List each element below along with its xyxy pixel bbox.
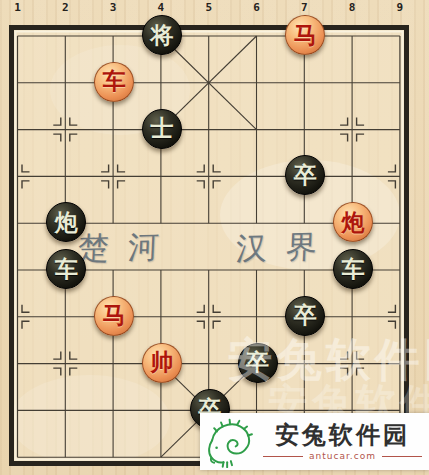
red-chariot[interactable]: 车 <box>94 62 134 102</box>
dash-left <box>263 456 303 457</box>
red-cannon[interactable]: 炮 <box>333 202 373 242</box>
red-horse[interactable]: 马 <box>285 15 325 55</box>
river-label-right: 汉界 <box>235 226 337 271</box>
black-soldier[interactable]: 卒 <box>285 155 325 195</box>
file-label-8: 8 <box>349 1 356 14</box>
xiangqi-board[interactable]: 楚河 汉界 将马车士卒炮炮车车马卒帅卒卒 <box>0 18 429 475</box>
file-label-9: 9 <box>397 1 404 14</box>
file-label-1: 1 <box>14 1 21 14</box>
black-advisor[interactable]: 士 <box>142 109 182 149</box>
file-label-3: 3 <box>110 1 117 14</box>
black-chariot[interactable]: 车 <box>333 249 373 289</box>
watermark-subline: antucar.com <box>263 451 422 461</box>
file-label-7: 7 <box>301 1 308 14</box>
watermark-site-name: 安兔软件园 <box>275 422 410 448</box>
file-label-5: 5 <box>205 1 212 14</box>
black-cannon[interactable]: 炮 <box>46 202 86 242</box>
river-label-left: 楚河 <box>77 226 179 271</box>
file-label-4: 4 <box>158 1 165 14</box>
file-label-2: 2 <box>62 1 69 14</box>
watermark-banner: 安兔软件园 antucar.com <box>200 413 429 470</box>
black-soldier[interactable]: 卒 <box>285 296 325 336</box>
black-general[interactable]: 将 <box>142 15 182 55</box>
watermark-site-url: antucar.com <box>309 451 376 461</box>
watermark-text: 安兔软件园 antucar.com <box>256 422 429 461</box>
ram-logo-icon <box>204 416 256 468</box>
file-labels: 123456789 <box>0 0 429 18</box>
black-chariot[interactable]: 车 <box>46 249 86 289</box>
file-label-6: 6 <box>253 1 260 14</box>
dash-right <box>382 456 422 457</box>
red-horse[interactable]: 马 <box>94 296 134 336</box>
red-general[interactable]: 帅 <box>142 343 182 383</box>
black-soldier[interactable]: 卒 <box>238 343 278 383</box>
screenshot-root: 123456789 楚河 汉界 将马车士卒炮炮车车马卒帅卒卒 安兔软件园 安兔软… <box>0 0 429 475</box>
